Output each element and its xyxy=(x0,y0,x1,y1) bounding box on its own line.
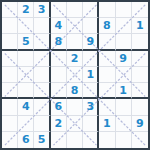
cell-r8c5[interactable] xyxy=(67,116,83,132)
cell-r5c9[interactable] xyxy=(132,67,148,83)
cell-r2c6[interactable] xyxy=(83,18,99,34)
cell-r3c4[interactable]: 8 xyxy=(51,34,67,50)
given-digit: 8 xyxy=(71,85,79,96)
cell-r8c6[interactable] xyxy=(83,116,99,132)
cell-r4c1[interactable] xyxy=(2,51,18,67)
given-digit: 5 xyxy=(38,134,46,145)
cell-r8c8[interactable] xyxy=(116,116,132,132)
given-digit: 1 xyxy=(103,118,111,129)
cell-r9c2[interactable]: 6 xyxy=(18,132,34,148)
cell-r5c3[interactable] xyxy=(34,67,50,83)
cell-r8c7[interactable]: 1 xyxy=(99,116,115,132)
cell-r9c7[interactable] xyxy=(99,132,115,148)
cell-r2c5[interactable] xyxy=(67,18,83,34)
given-digit: 2 xyxy=(71,53,79,64)
cell-r5c4[interactable] xyxy=(51,67,67,83)
cell-r7c5[interactable] xyxy=(67,99,83,115)
cell-r4c6[interactable] xyxy=(83,51,99,67)
given-digit: 9 xyxy=(86,36,94,47)
cell-r2c4[interactable]: 4 xyxy=(51,18,67,34)
cell-r6c8[interactable]: 1 xyxy=(116,83,132,99)
cell-r6c7[interactable] xyxy=(99,83,115,99)
cell-r6c5[interactable]: 8 xyxy=(67,83,83,99)
cell-r1c5[interactable] xyxy=(67,2,83,18)
cell-r5c7[interactable] xyxy=(99,67,115,83)
cell-r4c9[interactable] xyxy=(132,51,148,67)
cell-r2c8[interactable] xyxy=(116,18,132,34)
cell-r1c4[interactable] xyxy=(51,2,67,18)
cell-r7c4[interactable]: 6 xyxy=(51,99,67,115)
cell-r6c4[interactable] xyxy=(51,83,67,99)
cell-r6c6[interactable] xyxy=(83,83,99,99)
cell-r1c6[interactable] xyxy=(83,2,99,18)
cell-r8c2[interactable] xyxy=(18,116,34,132)
given-digit: 8 xyxy=(103,20,111,31)
cell-r3c3[interactable] xyxy=(34,34,50,50)
cell-r6c9[interactable] xyxy=(132,83,148,99)
cell-r9c8[interactable] xyxy=(116,132,132,148)
cell-r8c1[interactable] xyxy=(2,116,18,132)
cell-r5c2[interactable] xyxy=(18,67,34,83)
cell-r4c4[interactable] xyxy=(51,51,67,67)
cell-r1c1[interactable] xyxy=(2,2,18,18)
cell-r5c1[interactable] xyxy=(2,67,18,83)
cell-r3c9[interactable] xyxy=(132,34,148,50)
cell-r3c6[interactable]: 9 xyxy=(83,34,99,50)
cell-r9c1[interactable] xyxy=(2,132,18,148)
cell-r9c3[interactable]: 5 xyxy=(34,132,50,148)
cell-r4c3[interactable] xyxy=(34,51,50,67)
given-digit: 9 xyxy=(119,53,127,64)
cell-r5c8[interactable] xyxy=(116,67,132,83)
cell-r9c9[interactable] xyxy=(132,132,148,148)
cell-r2c3[interactable] xyxy=(34,18,50,34)
cell-r7c8[interactable] xyxy=(116,99,132,115)
given-digit: 9 xyxy=(136,118,144,129)
sudoku-board: 234815892918146321965 xyxy=(0,0,150,150)
given-digit: 6 xyxy=(54,101,62,112)
cell-r8c9[interactable]: 9 xyxy=(132,116,148,132)
given-digit: 2 xyxy=(54,118,62,129)
cell-r6c1[interactable] xyxy=(2,83,18,99)
cell-r2c7[interactable]: 8 xyxy=(99,18,115,34)
cell-r2c1[interactable] xyxy=(2,18,18,34)
cell-r3c8[interactable] xyxy=(116,34,132,50)
cell-r3c2[interactable]: 5 xyxy=(18,34,34,50)
sudoku-grid: 234815892918146321965 xyxy=(2,2,148,148)
given-digit: 2 xyxy=(22,4,30,15)
cell-r2c9[interactable]: 1 xyxy=(132,18,148,34)
cell-r6c3[interactable] xyxy=(34,83,50,99)
given-digit: 1 xyxy=(136,20,144,31)
cell-r7c7[interactable] xyxy=(99,99,115,115)
cell-r1c2[interactable]: 2 xyxy=(18,2,34,18)
cell-r7c3[interactable] xyxy=(34,99,50,115)
given-digit: 3 xyxy=(38,4,46,15)
cell-r9c4[interactable] xyxy=(51,132,67,148)
cell-r9c6[interactable] xyxy=(83,132,99,148)
cell-r4c5[interactable]: 2 xyxy=(67,51,83,67)
given-digit: 4 xyxy=(22,101,30,112)
cell-r7c9[interactable] xyxy=(132,99,148,115)
cell-r3c7[interactable] xyxy=(99,34,115,50)
cell-r4c8[interactable]: 9 xyxy=(116,51,132,67)
cell-r7c1[interactable] xyxy=(2,99,18,115)
given-digit: 1 xyxy=(119,85,127,96)
cell-r8c4[interactable]: 2 xyxy=(51,116,67,132)
cell-r7c6[interactable]: 3 xyxy=(83,99,99,115)
cell-r4c2[interactable] xyxy=(18,51,34,67)
cell-r5c5[interactable] xyxy=(67,67,83,83)
cell-r9c5[interactable] xyxy=(67,132,83,148)
cell-r5c6[interactable]: 1 xyxy=(83,67,99,83)
given-digit: 5 xyxy=(22,36,30,47)
cell-r1c8[interactable] xyxy=(116,2,132,18)
cell-r3c1[interactable] xyxy=(2,34,18,50)
cell-r7c2[interactable]: 4 xyxy=(18,99,34,115)
given-digit: 8 xyxy=(54,36,62,47)
cell-r1c3[interactable]: 3 xyxy=(34,2,50,18)
cell-r1c7[interactable] xyxy=(99,2,115,18)
cell-r1c9[interactable] xyxy=(132,2,148,18)
cell-r8c3[interactable] xyxy=(34,116,50,132)
cell-r2c2[interactable] xyxy=(18,18,34,34)
cell-r6c2[interactable] xyxy=(18,83,34,99)
cell-r4c7[interactable] xyxy=(99,51,115,67)
given-digit: 3 xyxy=(86,101,94,112)
given-digit: 4 xyxy=(54,20,62,31)
cell-r3c5[interactable] xyxy=(67,34,83,50)
given-digit: 6 xyxy=(22,134,30,145)
given-digit: 1 xyxy=(86,69,94,80)
